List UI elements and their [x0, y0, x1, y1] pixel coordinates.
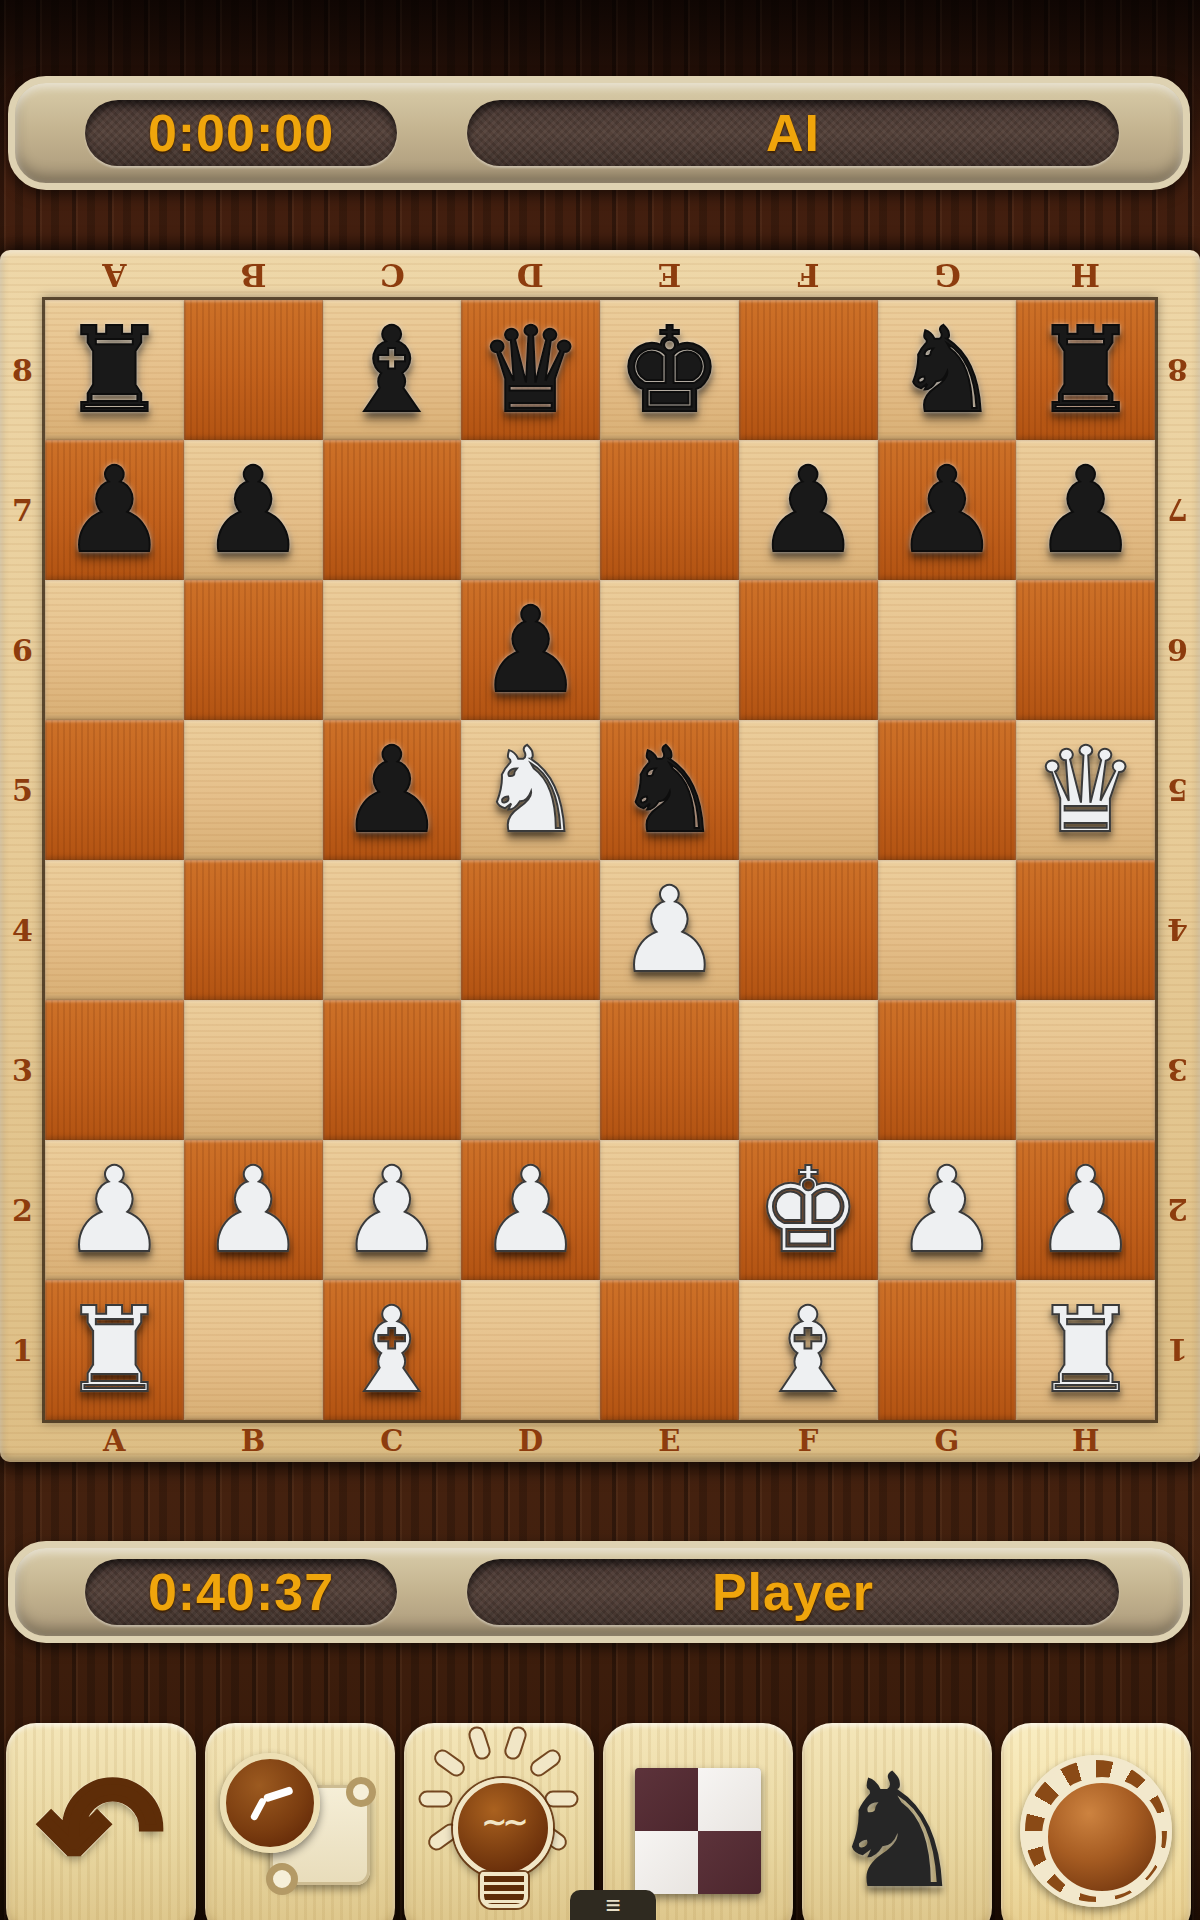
black-pawn-h7[interactable]: ♟	[1033, 440, 1139, 580]
square-c4[interactable]	[323, 860, 462, 1000]
white-pawn-b2[interactable]: ♟	[200, 1140, 306, 1280]
square-e4[interactable]: ♟	[600, 860, 739, 1000]
square-d1[interactable]	[461, 1280, 600, 1420]
black-rook-h8[interactable]: ♜	[1033, 300, 1139, 440]
square-b5[interactable]	[184, 720, 323, 860]
square-b8[interactable]	[184, 300, 323, 440]
square-a5[interactable]	[45, 720, 184, 860]
black-pawn-d6[interactable]: ♟	[478, 580, 584, 720]
square-h6[interactable]	[1016, 580, 1155, 720]
white-bishop-f1[interactable]: ♝	[755, 1280, 861, 1420]
white-pawn-d2[interactable]: ♟	[478, 1140, 584, 1280]
square-a7[interactable]: ♟	[45, 440, 184, 580]
square-f6[interactable]	[739, 580, 878, 720]
rank-labels-left: 87654321	[0, 300, 45, 1420]
square-h5[interactable]: ♛	[1016, 720, 1155, 860]
black-knight-g8[interactable]: ♞	[894, 300, 1000, 440]
square-b3[interactable]	[184, 1000, 323, 1140]
white-rook-a1[interactable]: ♜	[61, 1280, 167, 1420]
white-knight-d5[interactable]: ♞	[478, 720, 584, 860]
black-pawn-c5[interactable]: ♟	[339, 720, 445, 860]
square-d6[interactable]: ♟	[461, 580, 600, 720]
square-d7[interactable]	[461, 440, 600, 580]
black-knight-e5[interactable]: ♞	[616, 720, 722, 860]
square-f2[interactable]: ♚	[739, 1140, 878, 1280]
square-d2[interactable]: ♟	[461, 1140, 600, 1280]
square-c5[interactable]: ♟	[323, 720, 462, 860]
system-menu-handle[interactable]: ≡	[570, 1890, 656, 1920]
clock-scroll-icon	[220, 1751, 380, 1911]
white-rook-h1[interactable]: ♜	[1033, 1280, 1139, 1420]
hint-button[interactable]: ∼∼	[404, 1723, 594, 1920]
square-c7[interactable]	[323, 440, 462, 580]
square-c6[interactable]	[323, 580, 462, 720]
square-d4[interactable]	[461, 860, 600, 1000]
white-king-f2[interactable]: ♚	[755, 1140, 861, 1280]
black-queen-d8[interactable]: ♛	[478, 300, 584, 440]
square-f8[interactable]	[739, 300, 878, 440]
black-pawn-a7[interactable]: ♟	[61, 440, 167, 580]
square-g3[interactable]	[878, 1000, 1017, 1140]
black-king-e8[interactable]: ♚	[616, 300, 722, 440]
square-f1[interactable]: ♝	[739, 1280, 878, 1420]
square-b7[interactable]: ♟	[184, 440, 323, 580]
black-bishop-c8[interactable]: ♝	[339, 300, 445, 440]
undo-arrow-icon: ↶	[39, 1756, 163, 1906]
white-queen-h5[interactable]: ♛	[1033, 720, 1139, 860]
square-g8[interactable]: ♞	[878, 300, 1017, 440]
knight-icon: ♞	[826, 1751, 968, 1911]
board-grid[interactable]: ♜♝♛♚♞♜♟♟♟♟♟♟♟♞♞♛♟♟♟♟♟♚♟♟♜♝♝♜	[42, 297, 1158, 1423]
piece-set-button[interactable]: ♞	[802, 1723, 992, 1920]
square-f7[interactable]: ♟	[739, 440, 878, 580]
square-e3[interactable]	[600, 1000, 739, 1140]
white-pawn-a2[interactable]: ♟	[61, 1140, 167, 1280]
square-h4[interactable]	[1016, 860, 1155, 1000]
player-info-bar: 0:40:37 Player	[8, 1541, 1190, 1643]
file-labels-bottom: ABCDEFGH	[45, 1420, 1155, 1462]
white-pawn-e4[interactable]: ♟	[616, 860, 722, 1000]
player-timer: 0:40:37	[85, 1559, 397, 1625]
square-e8[interactable]: ♚	[600, 300, 739, 440]
square-e1[interactable]	[600, 1280, 739, 1420]
rank-labels-right: 87654321	[1155, 300, 1200, 1420]
ai-timer: 0:00:00	[85, 100, 397, 166]
white-pawn-g2[interactable]: ♟	[894, 1140, 1000, 1280]
settings-button[interactable]	[1001, 1723, 1191, 1920]
player-name-label: Player	[467, 1559, 1119, 1625]
square-a2[interactable]: ♟	[45, 1140, 184, 1280]
square-f5[interactable]	[739, 720, 878, 860]
square-e2[interactable]	[600, 1140, 739, 1280]
ai-name-label: AI	[467, 100, 1119, 166]
white-pawn-h2[interactable]: ♟	[1033, 1140, 1139, 1280]
file-labels-top: ABCDEFGH	[45, 250, 1155, 300]
square-b6[interactable]	[184, 580, 323, 720]
square-e6[interactable]	[600, 580, 739, 720]
square-c1[interactable]: ♝	[323, 1280, 462, 1420]
square-d5[interactable]: ♞	[461, 720, 600, 860]
square-g1[interactable]	[878, 1280, 1017, 1420]
black-rook-a8[interactable]: ♜	[61, 300, 167, 440]
checkerboard-icon	[635, 1768, 761, 1894]
square-b2[interactable]: ♟	[184, 1140, 323, 1280]
square-g2[interactable]: ♟	[878, 1140, 1017, 1280]
gear-icon	[1020, 1755, 1172, 1907]
square-f3[interactable]	[739, 1000, 878, 1140]
square-c3[interactable]	[323, 1000, 462, 1140]
square-h1[interactable]: ♜	[1016, 1280, 1155, 1420]
square-g7[interactable]: ♟	[878, 440, 1017, 580]
black-pawn-b7[interactable]: ♟	[200, 440, 306, 580]
square-b4[interactable]	[184, 860, 323, 1000]
square-e5[interactable]: ♞	[600, 720, 739, 860]
undo-button[interactable]: ↶	[6, 1723, 196, 1920]
square-a1[interactable]: ♜	[45, 1280, 184, 1420]
black-pawn-g7[interactable]: ♟	[894, 440, 1000, 580]
square-c2[interactable]: ♟	[323, 1140, 462, 1280]
opponent-info-bar: 0:00:00 AI	[8, 76, 1190, 190]
square-a3[interactable]	[45, 1000, 184, 1140]
black-pawn-f7[interactable]: ♟	[755, 440, 861, 580]
white-pawn-c2[interactable]: ♟	[339, 1140, 445, 1280]
square-f4[interactable]	[739, 860, 878, 1000]
square-d8[interactable]: ♛	[461, 300, 600, 440]
square-h2[interactable]: ♟	[1016, 1140, 1155, 1280]
square-a8[interactable]: ♜	[45, 300, 184, 440]
square-c8[interactable]: ♝	[323, 300, 462, 440]
square-b1[interactable]	[184, 1280, 323, 1420]
square-a4[interactable]	[45, 860, 184, 1000]
square-a6[interactable]	[45, 580, 184, 720]
square-d3[interactable]	[461, 1000, 600, 1140]
white-bishop-c1[interactable]: ♝	[339, 1280, 445, 1420]
square-h8[interactable]: ♜	[1016, 300, 1155, 440]
square-e7[interactable]	[600, 440, 739, 580]
move-history-button[interactable]	[205, 1723, 395, 1920]
chess-board[interactable]: ABCDEFGH ABCDEFGH 87654321 87654321 ♜♝♛♚…	[0, 250, 1200, 1462]
square-g4[interactable]	[878, 860, 1017, 1000]
square-g6[interactable]	[878, 580, 1017, 720]
lightbulb-icon: ∼∼	[419, 1746, 579, 1916]
square-h7[interactable]: ♟	[1016, 440, 1155, 580]
square-h3[interactable]	[1016, 1000, 1155, 1140]
square-g5[interactable]	[878, 720, 1017, 860]
